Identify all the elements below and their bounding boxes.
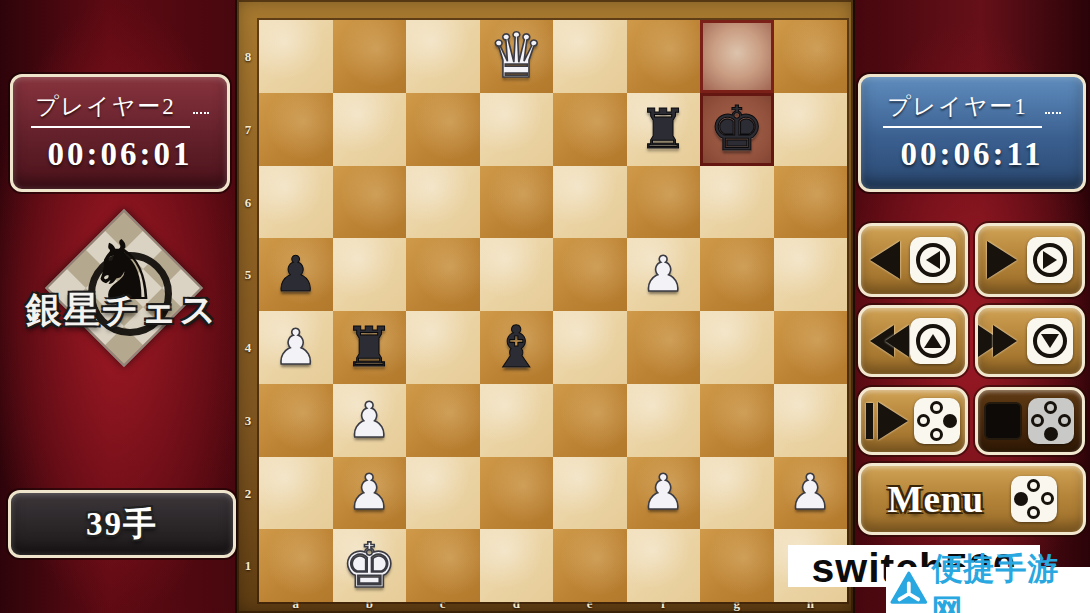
white-pawn: ♟ (788, 468, 832, 517)
pinwheel-triangle-icon (890, 571, 928, 609)
square-c3[interactable] (406, 384, 480, 457)
chess-board: ♛♜♚♟♟♟♜♝♟♟♟♟♚ (259, 20, 847, 602)
square-f6[interactable] (627, 166, 701, 239)
game-logo: ♞ 銀星チェス (0, 230, 244, 390)
square-a6[interactable] (259, 166, 333, 239)
player2-clock-panel: プレイヤー2 00:06:01 (10, 74, 230, 192)
square-a5[interactable]: ♟ (259, 238, 333, 311)
watermark-banner: 便捷手游网 (886, 567, 1090, 613)
black-bishop: ♝ (490, 318, 542, 376)
dpad-left-circle-icon (910, 237, 956, 283)
stop-square-icon (986, 404, 1020, 438)
square-c6[interactable] (406, 166, 480, 239)
square-f2[interactable]: ♟ (627, 457, 701, 530)
player2-time: 00:06:01 (13, 136, 227, 173)
rank-label-6: 6 (237, 195, 259, 211)
square-b6[interactable] (333, 166, 407, 239)
move-counter: 39手 (8, 490, 236, 558)
right-triangle-icon (987, 241, 1017, 279)
rank-label-7: 7 (237, 122, 259, 138)
square-h2[interactable]: ♟ (774, 457, 848, 530)
square-a7[interactable] (259, 93, 333, 166)
game-screen: 87654321 abcdefgh ♛♜♚♟♟♟♜♝♟♟♟♟♚ プレイヤー2 0… (0, 0, 1090, 613)
square-b4[interactable]: ♜ (333, 311, 407, 384)
square-e3[interactable] (553, 384, 627, 457)
square-f5[interactable]: ♟ (627, 238, 701, 311)
square-b5[interactable] (333, 238, 407, 311)
square-b7[interactable] (333, 93, 407, 166)
square-d8[interactable]: ♛ (480, 20, 554, 93)
square-f7[interactable]: ♜ (627, 93, 701, 166)
rewind-button[interactable] (858, 305, 968, 377)
square-a3[interactable] (259, 384, 333, 457)
square-c5[interactable] (406, 238, 480, 311)
play-button[interactable] (858, 387, 968, 455)
player1-name: プレイヤー1 (883, 91, 1042, 128)
white-pawn: ♟ (347, 468, 391, 517)
square-g5[interactable] (700, 238, 774, 311)
square-g6[interactable] (700, 166, 774, 239)
square-d2[interactable] (480, 457, 554, 530)
player2-name: プレイヤー2 (31, 91, 190, 128)
black-pawn: ♟ (274, 250, 318, 299)
square-e8[interactable] (553, 20, 627, 93)
square-d6[interactable] (480, 166, 554, 239)
square-f1[interactable] (627, 529, 701, 602)
next-move-button[interactable] (975, 223, 1085, 297)
gamepad-left-button-icon (1011, 476, 1057, 522)
square-c4[interactable] (406, 311, 480, 384)
square-e1[interactable] (553, 529, 627, 602)
rank-label-3: 3 (237, 413, 259, 429)
logo-title: 銀星チェス (2, 286, 242, 335)
dpad-down-circle-icon (1027, 318, 1073, 364)
square-c1[interactable] (406, 529, 480, 602)
square-c2[interactable] (406, 457, 480, 530)
square-g7[interactable]: ♚ (700, 93, 774, 166)
square-h4[interactable] (774, 311, 848, 384)
player1-clock-panel: プレイヤー1 00:06:11 (858, 74, 1086, 192)
white-pawn: ♟ (641, 250, 685, 299)
menu-button[interactable]: Menu (858, 463, 1086, 535)
square-d7[interactable] (480, 93, 554, 166)
white-pawn: ♟ (274, 323, 318, 372)
square-e4[interactable] (553, 311, 627, 384)
square-h7[interactable] (774, 93, 848, 166)
square-e6[interactable] (553, 166, 627, 239)
square-b3[interactable]: ♟ (333, 384, 407, 457)
gamepad-right-button-icon (914, 398, 960, 444)
dpad-up-circle-icon (910, 318, 956, 364)
square-e5[interactable] (553, 238, 627, 311)
square-a2[interactable] (259, 457, 333, 530)
rank-label-1: 1 (237, 558, 259, 574)
square-g3[interactable] (700, 384, 774, 457)
square-a8[interactable] (259, 20, 333, 93)
square-h5[interactable] (774, 238, 848, 311)
label-underline-dots (1045, 93, 1061, 114)
white-queen: ♛ (488, 25, 544, 87)
rank-label-8: 8 (237, 49, 259, 65)
square-g2[interactable] (700, 457, 774, 530)
chess-board-frame: 87654321 abcdefgh ♛♜♚♟♟♟♜♝♟♟♟♟♚ (235, 0, 855, 613)
square-g1[interactable] (700, 529, 774, 602)
square-f4[interactable] (627, 311, 701, 384)
double-left-triangle-icon (870, 325, 900, 357)
square-a1[interactable] (259, 529, 333, 602)
square-d3[interactable] (480, 384, 554, 457)
gamepad-bottom-button-icon (1028, 398, 1074, 444)
square-h8[interactable] (774, 20, 848, 93)
watermark-banner-text: 便捷手游网 (932, 548, 1090, 613)
white-pawn: ♟ (347, 396, 391, 445)
square-c7[interactable] (406, 93, 480, 166)
square-e7[interactable] (553, 93, 627, 166)
fast-forward-button[interactable] (975, 305, 1085, 377)
square-d4[interactable]: ♝ (480, 311, 554, 384)
step-play-icon (866, 402, 908, 440)
black-rook: ♜ (345, 320, 394, 375)
player1-time: 00:06:11 (861, 136, 1083, 173)
move-counter-value: 39手 (86, 502, 158, 547)
square-b8[interactable] (333, 20, 407, 93)
label-underline-dots (193, 93, 209, 114)
square-d1[interactable] (480, 529, 554, 602)
black-rook: ♜ (639, 102, 688, 157)
white-king: ♚ (341, 535, 397, 597)
square-b2[interactable]: ♟ (333, 457, 407, 530)
square-f3[interactable] (627, 384, 701, 457)
white-pawn: ♟ (641, 468, 685, 517)
menu-button-label: Menu (888, 478, 985, 521)
dpad-right-circle-icon (1027, 237, 1073, 283)
stop-button[interactable] (975, 387, 1085, 455)
square-g4[interactable] (700, 311, 774, 384)
square-h6[interactable] (774, 166, 848, 239)
square-f8[interactable] (627, 20, 701, 93)
square-d5[interactable] (480, 238, 554, 311)
rank-label-2: 2 (237, 486, 259, 502)
square-h3[interactable] (774, 384, 848, 457)
square-b1[interactable]: ♚ (333, 529, 407, 602)
square-a4[interactable]: ♟ (259, 311, 333, 384)
black-king: ♚ (709, 98, 765, 160)
double-right-triangle-icon (987, 325, 1017, 357)
square-c8[interactable] (406, 20, 480, 93)
square-g8[interactable] (700, 20, 774, 93)
left-triangle-icon (870, 241, 900, 279)
square-e2[interactable] (553, 457, 627, 530)
prev-move-button[interactable] (858, 223, 968, 297)
